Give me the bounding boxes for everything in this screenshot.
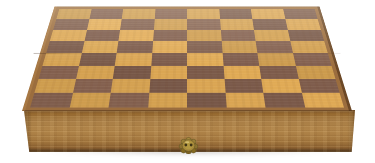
square-g4 xyxy=(257,53,295,66)
square-f5 xyxy=(221,41,257,53)
square-a5 xyxy=(46,41,84,53)
square-h4 xyxy=(293,53,332,66)
square-h8 xyxy=(283,9,318,19)
square-a7 xyxy=(53,19,89,30)
square-d5 xyxy=(152,41,187,53)
square-e3 xyxy=(187,66,224,79)
square-a2 xyxy=(34,79,75,93)
square-d2 xyxy=(149,79,187,93)
square-f6 xyxy=(220,30,255,41)
square-g7 xyxy=(252,19,287,30)
square-f2 xyxy=(224,79,263,93)
square-h3 xyxy=(295,66,335,79)
square-e5 xyxy=(187,41,222,53)
square-f4 xyxy=(222,53,259,66)
square-d8 xyxy=(154,9,187,19)
square-h5 xyxy=(290,41,328,53)
square-c7 xyxy=(120,19,154,30)
square-g8 xyxy=(251,9,285,19)
square-f3 xyxy=(223,66,261,79)
square-d4 xyxy=(151,53,187,66)
board-frame xyxy=(22,7,352,111)
square-d3 xyxy=(150,66,187,79)
square-b3 xyxy=(76,66,115,79)
chessboard-grid xyxy=(30,9,344,108)
brass-clasp-icon xyxy=(177,136,200,154)
square-e4 xyxy=(187,53,223,66)
square-f1 xyxy=(225,93,265,108)
chessboard-photo xyxy=(0,0,375,163)
square-b8 xyxy=(89,9,123,19)
square-g5 xyxy=(256,41,293,53)
square-c3 xyxy=(113,66,151,79)
square-d7 xyxy=(154,19,187,30)
square-f7 xyxy=(220,19,254,30)
square-a6 xyxy=(50,30,87,41)
square-h2 xyxy=(298,79,339,93)
square-c8 xyxy=(122,9,155,19)
square-g1 xyxy=(263,93,304,108)
square-a1 xyxy=(30,93,73,108)
square-c1 xyxy=(109,93,149,108)
square-b7 xyxy=(87,19,122,30)
square-c2 xyxy=(111,79,150,93)
square-c5 xyxy=(117,41,153,53)
square-d6 xyxy=(153,30,187,41)
square-h1 xyxy=(301,93,344,108)
square-g2 xyxy=(261,79,301,93)
square-b6 xyxy=(84,30,120,41)
square-e7 xyxy=(187,19,220,30)
square-g3 xyxy=(259,66,298,79)
square-e2 xyxy=(187,79,225,93)
square-e8 xyxy=(187,9,220,19)
square-b5 xyxy=(81,41,118,53)
square-e6 xyxy=(187,30,221,41)
square-h7 xyxy=(285,19,321,30)
square-f8 xyxy=(219,9,252,19)
square-c4 xyxy=(115,53,152,66)
board-top xyxy=(22,7,352,111)
square-b4 xyxy=(79,53,117,66)
square-e1 xyxy=(187,93,226,108)
square-b1 xyxy=(69,93,110,108)
square-b2 xyxy=(73,79,113,93)
square-c6 xyxy=(118,30,153,41)
square-a8 xyxy=(56,9,91,19)
square-a4 xyxy=(43,53,82,66)
square-h6 xyxy=(287,30,324,41)
square-a3 xyxy=(39,66,79,79)
square-g6 xyxy=(254,30,290,41)
square-d1 xyxy=(148,93,187,108)
